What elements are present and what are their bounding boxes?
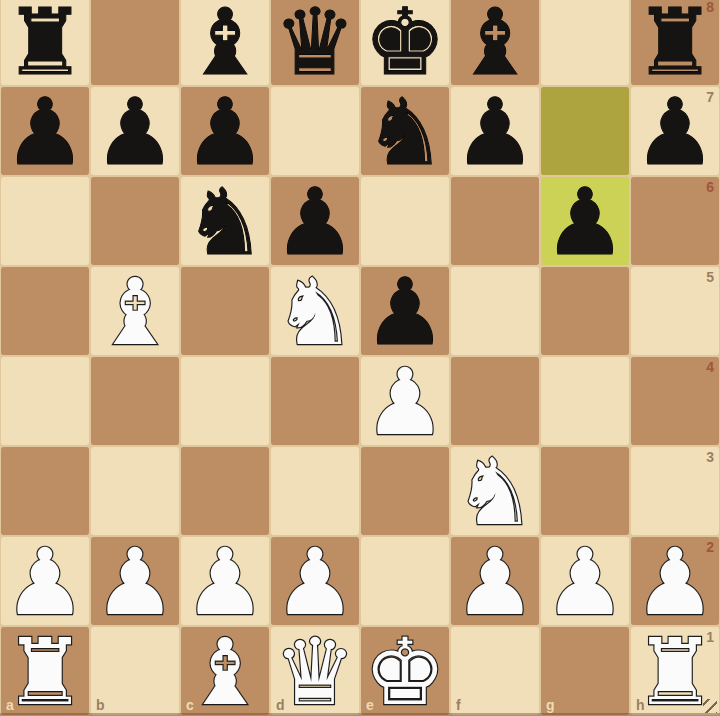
- square-f5[interactable]: [450, 266, 540, 356]
- file-label-c: c: [186, 698, 194, 712]
- piece-black-rook[interactable]: ♜: [634, 0, 716, 87]
- chess-board[interactable]: ♜♝♛♚♝♜8♟♟♟♞♟♟7♞♟♟6♝♞♟5♟4♞3♟♟♟♟♟♟♟2♜ab♝c♛…: [0, 0, 720, 716]
- square-e5[interactable]: ♟: [360, 266, 450, 356]
- square-a3[interactable]: [0, 446, 90, 536]
- square-d7[interactable]: [270, 86, 360, 176]
- piece-white-knight[interactable]: ♞: [454, 449, 536, 537]
- square-b5[interactable]: ♝: [90, 266, 180, 356]
- square-h5[interactable]: 5: [630, 266, 720, 356]
- square-e8[interactable]: ♚: [360, 0, 450, 86]
- square-e6[interactable]: [360, 176, 450, 266]
- square-h3[interactable]: 3: [630, 446, 720, 536]
- piece-white-pawn[interactable]: ♟: [94, 539, 176, 627]
- square-d3[interactable]: [270, 446, 360, 536]
- square-e4[interactable]: ♟: [360, 356, 450, 446]
- piece-white-pawn[interactable]: ♟: [364, 359, 446, 447]
- file-label-e: e: [366, 698, 374, 712]
- square-h7[interactable]: ♟7: [630, 86, 720, 176]
- piece-white-bishop[interactable]: ♝: [94, 269, 176, 357]
- square-d4[interactable]: [270, 356, 360, 446]
- piece-black-pawn[interactable]: ♟: [454, 89, 536, 177]
- square-a8[interactable]: ♜: [0, 0, 90, 86]
- square-d6[interactable]: ♟: [270, 176, 360, 266]
- piece-white-king[interactable]: ♚: [364, 629, 446, 716]
- square-d2[interactable]: ♟: [270, 536, 360, 626]
- square-a1[interactable]: ♜a: [0, 626, 90, 716]
- piece-black-knight[interactable]: ♞: [364, 89, 446, 177]
- square-f7[interactable]: ♟: [450, 86, 540, 176]
- square-f3[interactable]: ♞: [450, 446, 540, 536]
- piece-white-queen[interactable]: ♛: [274, 629, 356, 716]
- square-e2[interactable]: [360, 536, 450, 626]
- piece-white-pawn[interactable]: ♟: [454, 539, 536, 627]
- square-c8[interactable]: ♝: [180, 0, 270, 86]
- square-b6[interactable]: [90, 176, 180, 266]
- piece-white-pawn[interactable]: ♟: [274, 539, 356, 627]
- square-g8[interactable]: [540, 0, 630, 86]
- rank-label-8: 8: [706, 0, 714, 14]
- file-label-f: f: [456, 698, 461, 712]
- rank-label-5: 5: [706, 270, 714, 284]
- file-label-a: a: [6, 698, 14, 712]
- square-b7[interactable]: ♟: [90, 86, 180, 176]
- square-c5[interactable]: [180, 266, 270, 356]
- square-e3[interactable]: [360, 446, 450, 536]
- piece-black-bishop[interactable]: ♝: [184, 0, 266, 87]
- piece-black-knight[interactable]: ♞: [184, 179, 266, 267]
- square-h4[interactable]: 4: [630, 356, 720, 446]
- square-h6[interactable]: 6: [630, 176, 720, 266]
- piece-white-bishop[interactable]: ♝: [184, 629, 266, 716]
- square-b2[interactable]: ♟: [90, 536, 180, 626]
- piece-black-pawn[interactable]: ♟: [94, 89, 176, 177]
- square-c3[interactable]: [180, 446, 270, 536]
- file-label-g: g: [546, 698, 555, 712]
- piece-black-pawn[interactable]: ♟: [184, 89, 266, 177]
- square-d5[interactable]: ♞: [270, 266, 360, 356]
- rank-label-6: 6: [706, 180, 714, 194]
- square-a5[interactable]: [0, 266, 90, 356]
- board-resize-handle[interactable]: [703, 699, 717, 713]
- square-f6[interactable]: [450, 176, 540, 266]
- rank-label-3: 3: [706, 450, 714, 464]
- piece-white-pawn[interactable]: ♟: [544, 539, 626, 627]
- rank-label-4: 4: [706, 360, 714, 374]
- file-label-h: h: [636, 698, 645, 712]
- piece-black-pawn[interactable]: ♟: [544, 179, 626, 267]
- square-f1[interactable]: f: [450, 626, 540, 716]
- square-h1[interactable]: ♜1h: [630, 626, 720, 716]
- file-label-b: b: [96, 698, 105, 712]
- piece-white-pawn[interactable]: ♟: [4, 539, 86, 627]
- rank-label-7: 7: [706, 90, 714, 104]
- square-f2[interactable]: ♟: [450, 536, 540, 626]
- square-g5[interactable]: [540, 266, 630, 356]
- piece-white-pawn[interactable]: ♟: [634, 539, 716, 627]
- piece-white-rook[interactable]: ♜: [4, 629, 86, 716]
- square-c2[interactable]: ♟: [180, 536, 270, 626]
- piece-black-rook[interactable]: ♜: [4, 0, 86, 87]
- square-h8[interactable]: ♜8: [630, 0, 720, 86]
- square-d1[interactable]: ♛d: [270, 626, 360, 716]
- square-b3[interactable]: [90, 446, 180, 536]
- square-a4[interactable]: [0, 356, 90, 446]
- square-a2[interactable]: ♟: [0, 536, 90, 626]
- square-e1[interactable]: ♚e: [360, 626, 450, 716]
- square-a7[interactable]: ♟: [0, 86, 90, 176]
- square-d8[interactable]: ♛: [270, 0, 360, 86]
- square-b4[interactable]: [90, 356, 180, 446]
- square-g7[interactable]: [540, 86, 630, 176]
- square-e7[interactable]: ♞: [360, 86, 450, 176]
- piece-white-pawn[interactable]: ♟: [184, 539, 266, 627]
- square-c1[interactable]: ♝c: [180, 626, 270, 716]
- square-g6[interactable]: ♟: [540, 176, 630, 266]
- piece-black-pawn[interactable]: ♟: [274, 179, 356, 267]
- square-g3[interactable]: [540, 446, 630, 536]
- square-b1[interactable]: b: [90, 626, 180, 716]
- square-g4[interactable]: [540, 356, 630, 446]
- square-a6[interactable]: [0, 176, 90, 266]
- piece-black-king[interactable]: ♚: [364, 0, 446, 87]
- square-f8[interactable]: ♝: [450, 0, 540, 86]
- square-h2[interactable]: ♟2: [630, 536, 720, 626]
- square-c7[interactable]: ♟: [180, 86, 270, 176]
- rank-label-1: 1: [706, 630, 714, 644]
- square-c6[interactable]: ♞: [180, 176, 270, 266]
- square-g2[interactable]: ♟: [540, 536, 630, 626]
- piece-white-knight[interactable]: ♞: [274, 269, 356, 357]
- piece-black-pawn[interactable]: ♟: [364, 269, 446, 357]
- piece-black-queen[interactable]: ♛: [274, 0, 356, 87]
- square-g1[interactable]: g: [540, 626, 630, 716]
- piece-black-bishop[interactable]: ♝: [454, 0, 536, 87]
- rank-label-2: 2: [706, 540, 714, 554]
- square-b8[interactable]: [90, 0, 180, 86]
- square-f4[interactable]: [450, 356, 540, 446]
- piece-black-pawn[interactable]: ♟: [4, 89, 86, 177]
- square-c4[interactable]: [180, 356, 270, 446]
- piece-black-pawn[interactable]: ♟: [634, 89, 716, 177]
- file-label-d: d: [276, 698, 285, 712]
